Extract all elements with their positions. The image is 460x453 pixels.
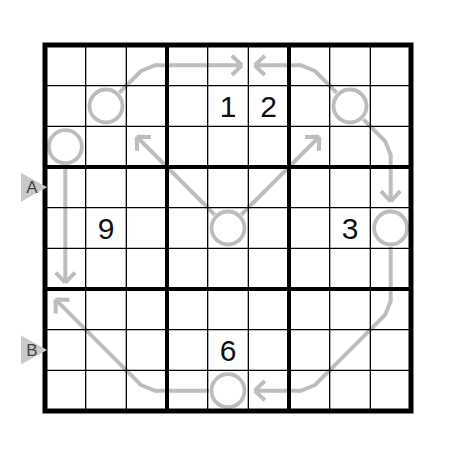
cell-r2c5[interactable] [208, 86, 249, 127]
cell-r6c7[interactable] [289, 248, 330, 289]
cell-r3c9[interactable] [370, 126, 411, 167]
cell-r1c3[interactable] [126, 45, 167, 86]
cell-r6c6[interactable] [248, 248, 289, 289]
cell-r5c2[interactable] [86, 208, 127, 249]
cell-r2c1[interactable] [45, 86, 86, 127]
cell-r7c5[interactable] [208, 289, 249, 330]
cell-r8c8[interactable] [330, 330, 371, 371]
cell-r3c7[interactable] [289, 126, 330, 167]
row-marker-label-B: B [26, 341, 37, 360]
cell-r1c8[interactable] [330, 45, 371, 86]
cell-r3c3[interactable] [126, 126, 167, 167]
cell-r2c9[interactable] [370, 86, 411, 127]
cell-r7c4[interactable] [167, 289, 208, 330]
cell-r2c3[interactable] [126, 86, 167, 127]
cell-r4c1[interactable] [45, 167, 86, 208]
cell-r9c1[interactable] [45, 370, 86, 411]
cell-r5c9[interactable] [370, 208, 411, 249]
cell-r4c4[interactable] [167, 167, 208, 208]
cell-r1c7[interactable] [289, 45, 330, 86]
cell-r7c9[interactable] [370, 289, 411, 330]
cell-r7c8[interactable] [330, 289, 371, 330]
cell-r2c7[interactable] [289, 86, 330, 127]
cell-r6c9[interactable] [370, 248, 411, 289]
cell-r5c5[interactable] [208, 208, 249, 249]
cell-r9c9[interactable] [370, 370, 411, 411]
cell-r9c8[interactable] [330, 370, 371, 411]
cell-r4c9[interactable] [370, 167, 411, 208]
cell-r3c5[interactable] [208, 126, 249, 167]
cell-r3c4[interactable] [167, 126, 208, 167]
cell-r5c1[interactable] [45, 208, 86, 249]
cell-r4c8[interactable] [330, 167, 371, 208]
cell-r7c6[interactable] [248, 289, 289, 330]
cell-r8c3[interactable] [126, 330, 167, 371]
cell-r4c5[interactable] [208, 167, 249, 208]
cell-r6c3[interactable] [126, 248, 167, 289]
cell-r4c7[interactable] [289, 167, 330, 208]
cell-r6c1[interactable] [45, 248, 86, 289]
cell-r7c3[interactable] [126, 289, 167, 330]
cell-r5c4[interactable] [167, 208, 208, 249]
cell-r1c1[interactable] [45, 45, 86, 86]
cell-grid [45, 45, 411, 411]
cell-r4c6[interactable] [248, 167, 289, 208]
cell-r3c2[interactable] [86, 126, 127, 167]
cell-r7c1[interactable] [45, 289, 86, 330]
cell-r1c4[interactable] [167, 45, 208, 86]
cell-r6c8[interactable] [330, 248, 371, 289]
cell-r1c6[interactable] [248, 45, 289, 86]
cell-r7c2[interactable] [86, 289, 127, 330]
cell-r5c8[interactable] [330, 208, 371, 249]
cell-r6c2[interactable] [86, 248, 127, 289]
cell-r9c3[interactable] [126, 370, 167, 411]
cell-r4c3[interactable] [126, 167, 167, 208]
cell-r1c9[interactable] [370, 45, 411, 86]
cell-r9c2[interactable] [86, 370, 127, 411]
cell-r5c6[interactable] [248, 208, 289, 249]
cell-r2c6[interactable] [248, 86, 289, 127]
cell-r7c7[interactable] [289, 289, 330, 330]
cell-r5c3[interactable] [126, 208, 167, 249]
cell-r8c6[interactable] [248, 330, 289, 371]
cell-r2c4[interactable] [167, 86, 208, 127]
cell-r1c2[interactable] [86, 45, 127, 86]
cell-r8c5[interactable] [208, 330, 249, 371]
cell-r9c5[interactable] [208, 370, 249, 411]
cell-r3c8[interactable] [330, 126, 371, 167]
arrow-sudoku-puzzle: 12936AB [0, 0, 460, 453]
cell-r8c7[interactable] [289, 330, 330, 371]
cell-r9c4[interactable] [167, 370, 208, 411]
cell-r9c6[interactable] [248, 370, 289, 411]
cell-r4c2[interactable] [86, 167, 127, 208]
cell-r8c9[interactable] [370, 330, 411, 371]
cell-r5c7[interactable] [289, 208, 330, 249]
cell-r3c1[interactable] [45, 126, 86, 167]
cell-r8c4[interactable] [167, 330, 208, 371]
row-marker-label-A: A [26, 178, 38, 197]
cell-r2c2[interactable] [86, 86, 127, 127]
cell-r9c7[interactable] [289, 370, 330, 411]
cell-r3c6[interactable] [248, 126, 289, 167]
cell-r2c8[interactable] [330, 86, 371, 127]
cell-r8c2[interactable] [86, 330, 127, 371]
cell-r6c5[interactable] [208, 248, 249, 289]
cell-r8c1[interactable] [45, 330, 86, 371]
cell-r6c4[interactable] [167, 248, 208, 289]
cell-r1c5[interactable] [208, 45, 249, 86]
